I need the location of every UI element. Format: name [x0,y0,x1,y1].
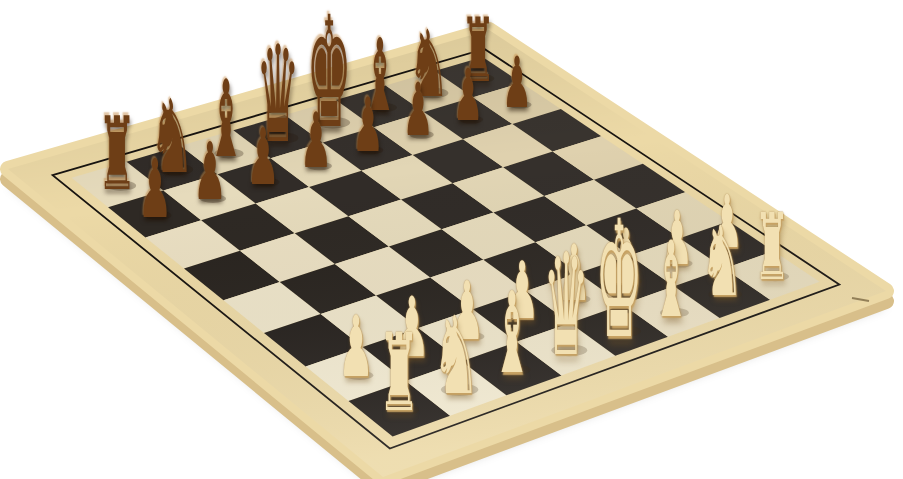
piece-black-pawn-g7[interactable]: ♟ [453,60,484,132]
piece-black-pawn-b7[interactable]: ♟ [193,133,227,213]
piece-black-pawn-f7[interactable]: ♟ [403,75,434,148]
piece-white-bishop-c1[interactable]: ♝ [492,279,532,391]
piece-black-pawn-e7[interactable]: ♟ [352,89,384,164]
piece-white-rook-a1[interactable]: ♜ [379,323,421,430]
piece-white-bishop-f1[interactable]: ♝ [652,227,689,332]
wooden-chess-set-photo: ♜♞♟♝♟♚♟♛♟♝♟♞♟♜♟♟♟♟♜♟♞♟♝♟♚♟♛♟♝♟♞♜ [0,0,903,479]
piece-white-rook-h1[interactable]: ♜ [754,201,790,293]
piece-white-queen-d1[interactable]: ♛ [543,236,589,377]
piece-black-pawn-h7[interactable]: ♟ [502,47,532,118]
piece-black-rook-a8[interactable]: ♜ [98,103,137,204]
piece-white-pawn-a2[interactable]: ♟ [338,306,374,391]
piece-white-knight-b1[interactable]: ♞ [432,302,480,410]
piece-black-pawn-a7[interactable]: ♟ [137,149,172,230]
piece-white-knight-g1[interactable]: ♞ [700,216,743,313]
piece-black-pawn-c7[interactable]: ♟ [247,118,280,196]
piece-black-pawn-d7[interactable]: ♟ [300,103,333,179]
piece-white-king-e1[interactable]: ♚ [595,200,643,362]
